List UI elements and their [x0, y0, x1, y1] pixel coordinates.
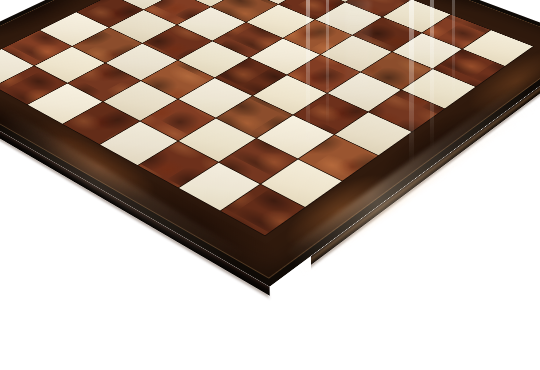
square-f1 [138, 142, 217, 188]
chessboard-product-photo [0, 0, 540, 370]
square-h1 [221, 185, 304, 235]
square-h7 [434, 49, 505, 86]
square-d1 [63, 102, 139, 144]
square-g3 [257, 115, 334, 158]
square-h5 [370, 90, 445, 131]
square-h2 [261, 159, 342, 207]
square-c2 [68, 63, 140, 101]
square-b1 [0, 66, 67, 104]
square-e3 [178, 78, 251, 118]
square-f3 [217, 96, 292, 137]
square-h6 [402, 69, 475, 108]
square-d3 [142, 61, 214, 99]
square-e4 [215, 58, 287, 96]
square-f2 [179, 118, 256, 161]
square-g4 [293, 93, 368, 134]
square-h4 [335, 112, 411, 155]
square-h3 [299, 135, 377, 180]
square-g1 [179, 163, 260, 211]
square-d2 [103, 81, 177, 121]
board-frame [0, 0, 540, 287]
square-e1 [100, 122, 177, 166]
square-c1 [28, 84, 102, 124]
chess-board [0, 0, 540, 287]
square-f4 [253, 75, 326, 114]
board-grid [0, 0, 533, 235]
square-g5 [328, 72, 401, 111]
square-g2 [219, 138, 298, 184]
square-e2 [140, 99, 215, 141]
square-f5 [288, 55, 359, 93]
square-g6 [361, 52, 432, 89]
board-perspective-wrapper [0, 0, 540, 370]
